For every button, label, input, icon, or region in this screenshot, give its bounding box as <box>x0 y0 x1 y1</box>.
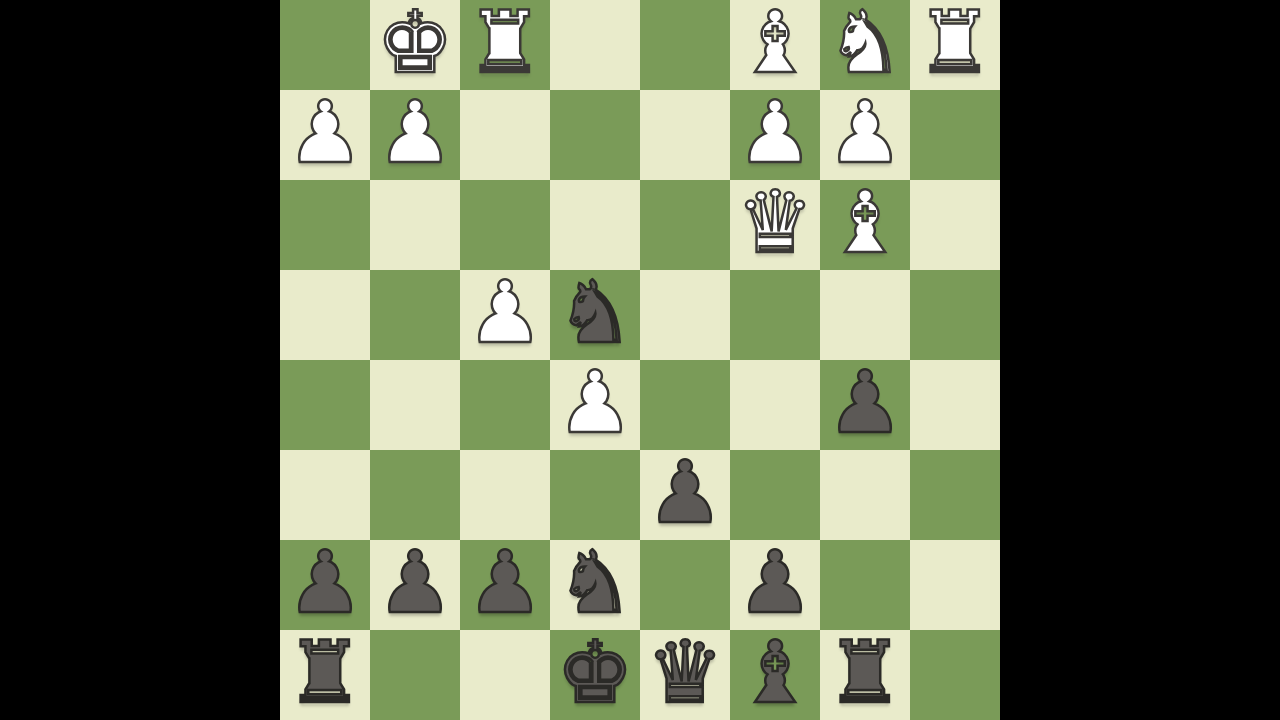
video-frame: ♚♜♝♞♜♟♟♟♟♛♝♟♞♟♟♟♟♟♟♞♟♜♚♛♝♜ <box>0 0 1280 720</box>
square-h3[interactable] <box>280 180 370 270</box>
black-king[interactable]: ♚ <box>556 627 633 717</box>
square-h5[interactable] <box>280 360 370 450</box>
square-g5[interactable] <box>370 360 460 450</box>
square-h1[interactable] <box>280 0 370 90</box>
square-d4[interactable] <box>640 270 730 360</box>
square-c5[interactable] <box>730 360 820 450</box>
black-rook[interactable]: ♜ <box>286 627 363 717</box>
square-f3[interactable] <box>460 180 550 270</box>
square-d6[interactable]: ♟ <box>640 450 730 540</box>
white-pawn[interactable]: ♟ <box>826 87 903 177</box>
black-knight[interactable]: ♞ <box>556 267 633 357</box>
square-d1[interactable] <box>640 0 730 90</box>
square-d3[interactable] <box>640 180 730 270</box>
square-e7[interactable]: ♞ <box>550 540 640 630</box>
black-bishop[interactable]: ♝ <box>736 627 813 717</box>
square-b4[interactable] <box>820 270 910 360</box>
square-e2[interactable] <box>550 90 640 180</box>
square-d8[interactable]: ♛ <box>640 630 730 720</box>
square-f8[interactable] <box>460 630 550 720</box>
square-h8[interactable]: ♜ <box>280 630 370 720</box>
white-rook[interactable]: ♜ <box>916 0 993 87</box>
white-queen[interactable]: ♛ <box>736 177 813 267</box>
square-a7[interactable] <box>910 540 1000 630</box>
square-e1[interactable] <box>550 0 640 90</box>
square-c6[interactable] <box>730 450 820 540</box>
square-f6[interactable] <box>460 450 550 540</box>
square-c2[interactable]: ♟ <box>730 90 820 180</box>
square-e5[interactable]: ♟ <box>550 360 640 450</box>
black-pawn[interactable]: ♟ <box>646 447 723 537</box>
square-f5[interactable] <box>460 360 550 450</box>
black-pawn[interactable]: ♟ <box>466 537 543 627</box>
square-e6[interactable] <box>550 450 640 540</box>
black-pawn[interactable]: ♟ <box>826 357 903 447</box>
square-c8[interactable]: ♝ <box>730 630 820 720</box>
square-d7[interactable] <box>640 540 730 630</box>
square-b6[interactable] <box>820 450 910 540</box>
square-d2[interactable] <box>640 90 730 180</box>
black-pawn[interactable]: ♟ <box>286 537 363 627</box>
square-b3[interactable]: ♝ <box>820 180 910 270</box>
white-bishop[interactable]: ♝ <box>736 0 813 87</box>
square-a6[interactable] <box>910 450 1000 540</box>
chess-board[interactable]: ♚♜♝♞♜♟♟♟♟♛♝♟♞♟♟♟♟♟♟♞♟♜♚♛♝♜ <box>280 0 1000 720</box>
square-g3[interactable] <box>370 180 460 270</box>
letterbox-left <box>0 0 280 720</box>
square-c4[interactable] <box>730 270 820 360</box>
square-d5[interactable] <box>640 360 730 450</box>
square-a1[interactable]: ♜ <box>910 0 1000 90</box>
square-g7[interactable]: ♟ <box>370 540 460 630</box>
black-queen[interactable]: ♛ <box>646 627 723 717</box>
square-h4[interactable] <box>280 270 370 360</box>
white-pawn[interactable]: ♟ <box>466 267 543 357</box>
square-f4[interactable]: ♟ <box>460 270 550 360</box>
white-pawn[interactable]: ♟ <box>556 357 633 447</box>
square-e8[interactable]: ♚ <box>550 630 640 720</box>
white-king[interactable]: ♚ <box>376 0 453 87</box>
square-a8[interactable] <box>910 630 1000 720</box>
square-a4[interactable] <box>910 270 1000 360</box>
square-g2[interactable]: ♟ <box>370 90 460 180</box>
square-c7[interactable]: ♟ <box>730 540 820 630</box>
black-pawn[interactable]: ♟ <box>376 537 453 627</box>
black-knight[interactable]: ♞ <box>556 537 633 627</box>
square-b2[interactable]: ♟ <box>820 90 910 180</box>
square-b5[interactable]: ♟ <box>820 360 910 450</box>
black-pawn[interactable]: ♟ <box>736 537 813 627</box>
square-g4[interactable] <box>370 270 460 360</box>
white-rook[interactable]: ♜ <box>466 0 543 87</box>
white-pawn[interactable]: ♟ <box>736 87 813 177</box>
square-h2[interactable]: ♟ <box>280 90 370 180</box>
square-g1[interactable]: ♚ <box>370 0 460 90</box>
square-h6[interactable] <box>280 450 370 540</box>
black-rook[interactable]: ♜ <box>826 627 903 717</box>
square-f1[interactable]: ♜ <box>460 0 550 90</box>
square-g8[interactable] <box>370 630 460 720</box>
square-f7[interactable]: ♟ <box>460 540 550 630</box>
white-pawn[interactable]: ♟ <box>286 87 363 177</box>
square-a5[interactable] <box>910 360 1000 450</box>
square-b1[interactable]: ♞ <box>820 0 910 90</box>
square-e4[interactable]: ♞ <box>550 270 640 360</box>
square-h7[interactable]: ♟ <box>280 540 370 630</box>
square-a3[interactable] <box>910 180 1000 270</box>
square-c3[interactable]: ♛ <box>730 180 820 270</box>
square-b8[interactable]: ♜ <box>820 630 910 720</box>
letterbox-right <box>1000 0 1280 720</box>
square-f2[interactable] <box>460 90 550 180</box>
white-pawn[interactable]: ♟ <box>376 87 453 177</box>
square-c1[interactable]: ♝ <box>730 0 820 90</box>
white-knight[interactable]: ♞ <box>826 0 903 87</box>
square-e3[interactable] <box>550 180 640 270</box>
square-g6[interactable] <box>370 450 460 540</box>
white-bishop[interactable]: ♝ <box>826 177 903 267</box>
square-b7[interactable] <box>820 540 910 630</box>
square-a2[interactable] <box>910 90 1000 180</box>
